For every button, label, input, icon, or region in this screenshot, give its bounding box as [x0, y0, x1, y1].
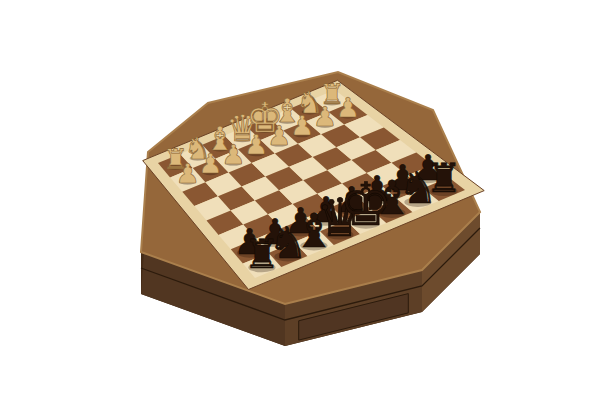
piece-white-pawn[interactable]: ♟ — [313, 101, 337, 132]
piece-white-pawn[interactable]: ♟ — [175, 158, 199, 189]
piece-white-pawn[interactable]: ♟ — [336, 92, 360, 123]
piece-white-pawn[interactable]: ♟ — [221, 139, 245, 170]
piece-white-pawn[interactable]: ♟ — [198, 148, 222, 179]
piece-white-pawn[interactable]: ♟ — [267, 120, 291, 151]
product-photo: ♜♞♝♛♚♝♞♜♟♟♟♟♟♟♟♟♟♟♟♟♟♟♟♟♜♞♝♛♚♝♞♜ — [0, 0, 600, 401]
piece-black-rook[interactable]: ♜ — [426, 155, 462, 202]
piece-white-pawn[interactable]: ♟ — [244, 129, 268, 160]
chess-box-photo: ♜♞♝♛♚♝♞♜♟♟♟♟♟♟♟♟♟♟♟♟♟♟♟♟♜♞♝♛♚♝♞♜ — [0, 0, 600, 401]
piece-white-pawn[interactable]: ♟ — [290, 110, 314, 141]
